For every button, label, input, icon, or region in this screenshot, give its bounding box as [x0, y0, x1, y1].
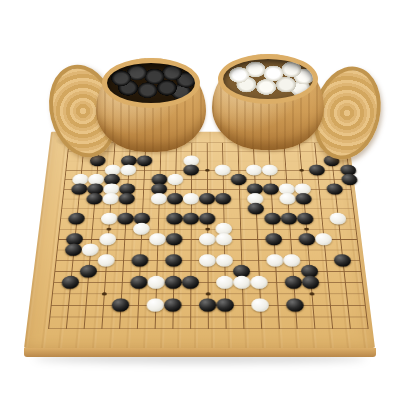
go-board[interactable]	[24, 132, 375, 348]
white-stone[interactable]	[120, 165, 136, 176]
black-stones-in-bowl	[102, 58, 200, 108]
white-stones-in-bowl	[218, 54, 318, 104]
black-stone[interactable]	[264, 213, 281, 225]
black-stone[interactable]	[286, 298, 304, 312]
black-stone[interactable]	[131, 254, 148, 267]
black-stone[interactable]	[111, 298, 129, 312]
white-stone[interactable]	[233, 276, 251, 289]
star-point	[205, 227, 210, 230]
white-stone[interactable]	[149, 233, 166, 245]
go-set-scene	[0, 0, 400, 400]
black-stone[interactable]	[295, 193, 312, 205]
board-front-edge	[24, 348, 376, 357]
white-stone[interactable]	[133, 223, 150, 235]
black-stone[interactable]	[231, 174, 247, 185]
star-point	[309, 292, 314, 295]
white-stone[interactable]	[167, 174, 183, 185]
black-stone[interactable]	[166, 213, 183, 225]
white-stone[interactable]	[329, 213, 347, 225]
white-stone[interactable]	[216, 233, 233, 245]
white-stone[interactable]	[199, 233, 216, 245]
white-stone[interactable]	[246, 165, 262, 176]
black-stone[interactable]	[284, 276, 302, 289]
white-stone[interactable]	[146, 298, 164, 312]
black-stone[interactable]	[61, 276, 79, 289]
black-stone[interactable]	[199, 193, 215, 205]
black-stone[interactable]	[65, 243, 83, 256]
black-stone[interactable]	[199, 298, 217, 312]
star-point	[299, 169, 304, 172]
black-stone[interactable]	[263, 183, 280, 194]
black-stone[interactable]	[71, 183, 88, 194]
black-stone[interactable]	[165, 276, 182, 289]
black-stone[interactable]	[265, 233, 282, 245]
board-intersections[interactable]	[39, 138, 378, 334]
black-stone[interactable]	[301, 276, 319, 289]
black-stone[interactable]	[215, 193, 231, 205]
white-stone[interactable]	[266, 254, 284, 267]
white-stone[interactable]	[215, 165, 231, 176]
black-stone[interactable]	[118, 193, 135, 205]
white-stone[interactable]	[216, 254, 233, 267]
black-stone[interactable]	[86, 193, 103, 205]
black-stone[interactable]	[199, 213, 215, 225]
black-stone[interactable]	[165, 254, 182, 267]
star-point	[106, 227, 111, 230]
white-stone[interactable]	[151, 193, 167, 205]
white-stone[interactable]	[183, 193, 199, 205]
black-stone[interactable]	[164, 298, 182, 312]
star-point	[101, 292, 106, 295]
black-stone[interactable]	[136, 155, 152, 166]
white-stone[interactable]	[279, 193, 296, 205]
black-stone[interactable]	[333, 254, 351, 267]
white-stone[interactable]	[102, 193, 119, 205]
white-stone[interactable]	[147, 276, 165, 289]
white-stone[interactable]	[199, 254, 216, 267]
black-stone[interactable]	[182, 276, 199, 289]
black-stone[interactable]	[167, 193, 183, 205]
black-stone[interactable]	[280, 213, 297, 225]
black-stone[interactable]	[326, 183, 343, 194]
black-stone[interactable]	[130, 276, 148, 289]
black-stone[interactable]	[183, 213, 199, 225]
white-stone[interactable]	[262, 165, 278, 176]
black-stone[interactable]	[309, 165, 326, 176]
star-point	[304, 227, 309, 230]
white-stone[interactable]	[251, 298, 269, 312]
black-stone[interactable]	[297, 213, 314, 225]
black-stone[interactable]	[247, 203, 264, 215]
black-stone[interactable]	[298, 233, 316, 245]
white-stone[interactable]	[81, 243, 99, 256]
white-stone-bowl[interactable]	[212, 54, 324, 150]
black-stone[interactable]	[166, 233, 183, 245]
white-stone[interactable]	[97, 254, 115, 267]
star-point	[205, 292, 210, 295]
white-stone[interactable]	[250, 276, 268, 289]
white-stone[interactable]	[99, 233, 116, 245]
star-point	[205, 169, 209, 172]
black-stone[interactable]	[117, 213, 134, 225]
black-stone[interactable]	[183, 165, 199, 176]
white-stone[interactable]	[315, 233, 333, 245]
black-stone[interactable]	[341, 174, 358, 185]
black-stone-bowl[interactable]	[96, 58, 206, 152]
white-stone[interactable]	[216, 276, 233, 289]
white-stone[interactable]	[101, 213, 118, 225]
black-stone[interactable]	[79, 265, 97, 278]
black-stone[interactable]	[216, 298, 234, 312]
black-stone[interactable]	[68, 213, 85, 225]
white-stone[interactable]	[283, 254, 301, 267]
